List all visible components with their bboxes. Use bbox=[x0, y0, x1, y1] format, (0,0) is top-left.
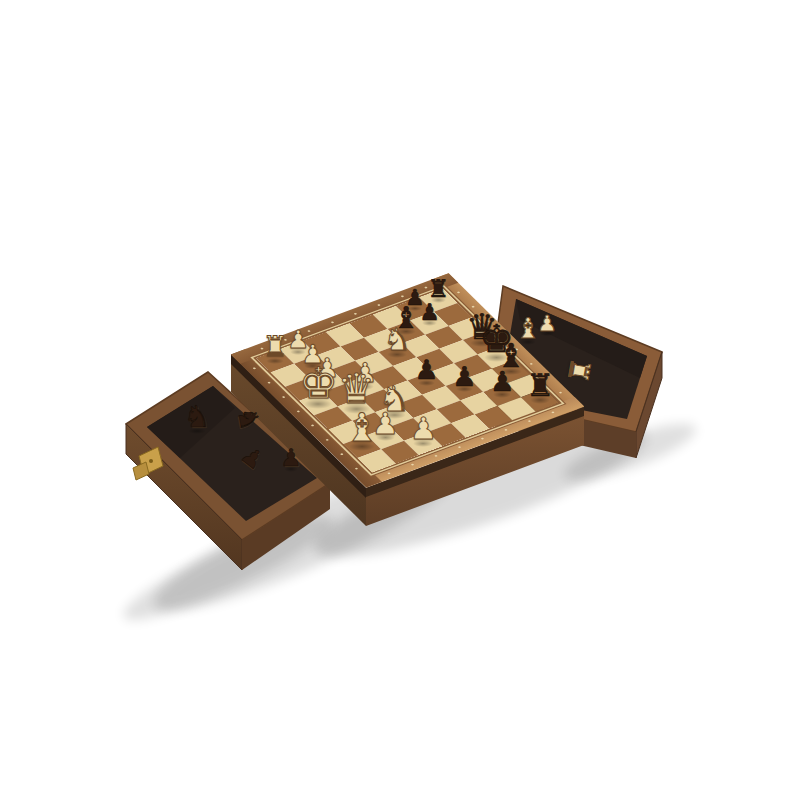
black-pawn-captured[interactable]: ♟ bbox=[277, 446, 306, 470]
white-knight-c5[interactable]: ♞ bbox=[379, 325, 416, 356]
black-knight-captured[interactable]: ♞ bbox=[179, 402, 215, 432]
black-pawn-g7[interactable]: ♟ bbox=[486, 368, 519, 395]
wooden-chess-box-photo: ♜♛♚♝♜♟♟♟♝♟♞♟♟♞♟♟♟♟♛♟♜♚♝♞♞♟♟♝♟♜ bbox=[0, 0, 800, 800]
white-bishop-g1[interactable]: ♝ bbox=[339, 409, 386, 448]
white-pawn-h3[interactable]: ♟ bbox=[405, 414, 442, 444]
white-rook-a1[interactable]: ♜ bbox=[258, 333, 292, 361]
black-pawn-f6[interactable]: ♟ bbox=[448, 363, 480, 390]
black-rook-a8[interactable]: ♜ bbox=[424, 277, 453, 301]
black-knight-captured[interactable]: ♞ bbox=[233, 401, 264, 436]
black-rook-h8[interactable]: ♜ bbox=[522, 370, 559, 401]
white-rook-captured[interactable]: ♜ bbox=[563, 352, 595, 389]
